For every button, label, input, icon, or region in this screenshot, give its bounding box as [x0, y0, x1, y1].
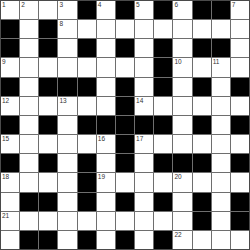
cell-r9c1	[1, 154, 19, 172]
cell-r10c10[interactable]: 20	[173, 173, 191, 191]
cell-r1c2[interactable]: 2	[20, 1, 38, 19]
cell-r5c7	[116, 78, 134, 96]
clue-number-7: 7	[232, 1, 236, 9]
cell-r10c11[interactable]	[193, 173, 211, 191]
cell-r1c10[interactable]: 6	[173, 1, 191, 19]
cell-r2c13[interactable]	[231, 20, 249, 38]
cell-r2c10[interactable]	[173, 20, 191, 38]
cell-r5c6[interactable]	[97, 78, 115, 96]
cell-r13c6[interactable]	[97, 231, 115, 249]
cell-r8c5[interactable]	[78, 135, 96, 153]
cell-r5c9	[154, 78, 172, 96]
cell-r10c13[interactable]	[231, 173, 249, 191]
clue-number-3: 3	[59, 1, 63, 9]
cell-r9c7	[116, 154, 134, 172]
cell-r7c2[interactable]	[20, 116, 38, 134]
cell-r9c5	[78, 154, 96, 172]
cell-r8c13[interactable]	[231, 135, 249, 153]
cell-r5c2[interactable]	[20, 78, 38, 96]
cell-r3c10[interactable]	[173, 39, 191, 57]
cell-r10c7[interactable]	[116, 173, 134, 191]
cell-r7c10[interactable]	[173, 116, 191, 134]
cell-r3c6[interactable]	[97, 39, 115, 57]
cell-r13c3	[39, 231, 57, 249]
clue-number-12: 12	[2, 97, 9, 105]
cell-r13c9	[154, 231, 172, 249]
cell-r4c2[interactable]	[20, 58, 38, 76]
cell-r12c13	[231, 212, 249, 230]
cell-r3c12	[212, 39, 230, 57]
cell-r2c7[interactable]	[116, 20, 134, 38]
cell-r3c5	[78, 39, 96, 57]
cell-r8c7	[116, 135, 134, 153]
cell-r8c11[interactable]	[193, 135, 211, 153]
cell-r5c8[interactable]	[135, 78, 153, 96]
cell-r11c12[interactable]	[212, 193, 230, 211]
cell-r4c5[interactable]	[78, 58, 96, 76]
cell-r1c7	[116, 1, 134, 19]
cell-r7c1	[1, 116, 19, 134]
cell-r13c4[interactable]	[58, 231, 76, 249]
cell-r10c8[interactable]	[135, 173, 153, 191]
cell-r13c2	[20, 231, 38, 249]
cell-r2c3	[39, 20, 57, 38]
cell-r3c13[interactable]	[231, 39, 249, 57]
cell-r3c4[interactable]	[58, 39, 76, 57]
clue-number-18: 18	[2, 173, 9, 181]
clue-number-21: 21	[2, 212, 9, 220]
cell-r5c1	[1, 78, 19, 96]
clue-number-8: 8	[59, 20, 63, 28]
cell-r12c6[interactable]	[97, 212, 115, 230]
cell-r6c1[interactable]: 12	[1, 97, 19, 115]
cell-r8c4[interactable]	[58, 135, 76, 153]
cell-r10c5	[78, 173, 96, 191]
cell-r5c3	[39, 78, 57, 96]
cell-r13c8[interactable]	[135, 231, 153, 249]
clue-number-5: 5	[136, 1, 140, 9]
cell-r4c4[interactable]	[58, 58, 76, 76]
clue-number-22: 22	[174, 231, 181, 239]
cell-r6c12[interactable]	[212, 97, 230, 115]
clue-number-16: 16	[98, 135, 105, 143]
cell-r13c7	[116, 231, 134, 249]
cell-r11c3	[39, 193, 57, 211]
cell-r2c6[interactable]	[97, 20, 115, 38]
cell-r10c1[interactable]: 18	[1, 173, 19, 191]
cell-r5c10[interactable]	[173, 78, 191, 96]
cell-r5c13	[231, 78, 249, 96]
cell-r6c6[interactable]	[97, 97, 115, 115]
cell-r8c8[interactable]: 17	[135, 135, 153, 153]
cell-r13c12[interactable]	[212, 231, 230, 249]
cell-r6c7	[116, 97, 134, 115]
clue-number-13: 13	[59, 97, 66, 105]
cell-r2c2[interactable]	[20, 20, 38, 38]
cell-r10c6[interactable]: 19	[97, 173, 115, 191]
cell-r13c5	[78, 231, 96, 249]
cell-r1c11	[193, 1, 211, 19]
cell-r6c10[interactable]	[173, 97, 191, 115]
cell-r7c3	[39, 116, 57, 134]
cell-r3c8[interactable]	[135, 39, 153, 57]
clue-number-6: 6	[174, 1, 178, 9]
clue-number-1: 1	[2, 1, 6, 9]
clue-number-10: 10	[174, 58, 181, 66]
cell-r1c6[interactable]: 4	[97, 1, 115, 19]
cell-r7c12[interactable]	[212, 116, 230, 134]
cell-r2c8[interactable]	[135, 20, 153, 38]
cell-r12c7[interactable]	[116, 212, 134, 230]
cell-r1c9	[154, 1, 172, 19]
cell-r9c12[interactable]	[212, 154, 230, 172]
cell-r9c11	[193, 154, 211, 172]
cell-r6c11[interactable]	[193, 97, 211, 115]
cell-r11c2	[20, 193, 38, 211]
cell-r4c7[interactable]	[116, 58, 134, 76]
cell-r11c7	[116, 193, 134, 211]
cell-r12c12[interactable]	[212, 212, 230, 230]
cell-r9c8[interactable]	[135, 154, 153, 172]
cell-r7c13	[231, 116, 249, 134]
cell-r9c2[interactable]	[20, 154, 38, 172]
cell-r4c10[interactable]: 10	[173, 58, 191, 76]
cell-r9c6[interactable]	[97, 154, 115, 172]
cell-r11c6[interactable]	[97, 193, 115, 211]
cell-r13c10[interactable]: 22	[173, 231, 191, 249]
cell-r8c3[interactable]	[39, 135, 57, 153]
cell-r9c10	[173, 154, 191, 172]
cell-r2c9[interactable]	[154, 20, 172, 38]
cell-r4c1[interactable]: 9	[1, 58, 19, 76]
cell-r10c12[interactable]	[212, 173, 230, 191]
cell-r12c1[interactable]: 21	[1, 212, 19, 230]
clue-number-15: 15	[2, 135, 9, 143]
cell-r4c11[interactable]	[193, 58, 211, 76]
cell-r11c1[interactable]	[1, 193, 19, 211]
cell-r10c9[interactable]	[154, 173, 172, 191]
cell-r12c3[interactable]	[39, 212, 57, 230]
cell-r3c2[interactable]	[20, 39, 38, 57]
cell-r12c2[interactable]	[20, 212, 38, 230]
cell-r7c6	[97, 116, 115, 134]
cell-r8c6[interactable]: 16	[97, 135, 115, 153]
cell-r1c13[interactable]: 7	[231, 1, 249, 19]
cell-r7c7	[116, 116, 134, 134]
clue-number-20: 20	[174, 173, 181, 181]
clue-number-2: 2	[21, 1, 25, 9]
cell-r13c11[interactable]	[193, 231, 211, 249]
cell-r11c10[interactable]	[173, 193, 191, 211]
cell-r1c12	[212, 1, 230, 19]
clue-number-9: 9	[2, 58, 6, 66]
cell-r4c12[interactable]: 11	[212, 58, 230, 76]
cell-r12c4[interactable]	[58, 212, 76, 230]
cell-r7c8	[135, 116, 153, 134]
cell-r1c5	[78, 1, 96, 19]
cell-r5c12[interactable]	[212, 78, 230, 96]
cell-r6c3[interactable]	[39, 97, 57, 115]
cell-r3c7	[116, 39, 134, 57]
cell-r1c1[interactable]: 1	[1, 1, 19, 19]
cell-r7c5	[78, 116, 96, 134]
cell-r12c10[interactable]	[173, 212, 191, 230]
cell-r9c13	[231, 154, 249, 172]
cell-r2c12[interactable]	[212, 20, 230, 38]
cell-r11c9	[154, 193, 172, 211]
cell-r8c1[interactable]: 15	[1, 135, 19, 153]
cell-r4c13[interactable]	[231, 58, 249, 76]
cell-r11c5	[78, 193, 96, 211]
cell-r3c1	[1, 39, 19, 57]
cell-r1c8[interactable]: 5	[135, 1, 153, 19]
clue-number-17: 17	[136, 135, 143, 143]
cell-r10c3[interactable]	[39, 173, 57, 191]
cell-r4c8[interactable]	[135, 58, 153, 76]
cell-r8c2[interactable]	[20, 135, 38, 153]
cell-r6c4[interactable]: 13	[58, 97, 76, 115]
cell-r6c9[interactable]	[154, 97, 172, 115]
cell-r5c4	[58, 78, 76, 96]
cell-r11c8[interactable]	[135, 193, 153, 211]
cell-r1c3[interactable]	[39, 1, 57, 19]
cell-r6c13[interactable]	[231, 97, 249, 115]
cell-r10c2[interactable]	[20, 173, 38, 191]
cell-r12c8[interactable]	[135, 212, 153, 230]
cell-r12c5[interactable]	[78, 212, 96, 230]
clue-number-4: 4	[98, 1, 102, 9]
cell-r5c5	[78, 78, 96, 96]
cell-r5c11	[193, 78, 211, 96]
cell-r10c4[interactable]	[58, 173, 76, 191]
cell-r2c1	[1, 20, 19, 38]
cell-r7c9	[154, 116, 172, 134]
cell-r1c4[interactable]: 3	[58, 1, 76, 19]
cell-r11c11	[193, 193, 211, 211]
clue-number-14: 14	[136, 97, 143, 105]
cell-r12c11	[193, 212, 211, 230]
cell-r8c10[interactable]	[173, 135, 191, 153]
cell-r6c8[interactable]: 14	[135, 97, 153, 115]
cell-r3c11	[193, 39, 211, 57]
cell-r9c9	[154, 154, 172, 172]
cell-r13c13[interactable]	[231, 231, 249, 249]
cell-r3c9	[154, 39, 172, 57]
cell-r4c9	[154, 58, 172, 76]
clue-number-19: 19	[98, 173, 105, 181]
cell-r8c9[interactable]	[154, 135, 172, 153]
cell-r8c12[interactable]	[212, 135, 230, 153]
cell-r6c5[interactable]	[78, 97, 96, 115]
cell-r6c2[interactable]	[20, 97, 38, 115]
cell-r4c3[interactable]	[39, 58, 57, 76]
clue-number-11: 11	[213, 58, 220, 66]
cell-r7c11	[193, 116, 211, 134]
cell-r9c4[interactable]	[58, 154, 76, 172]
cell-r11c13	[231, 193, 249, 211]
cell-r9c3	[39, 154, 57, 172]
cell-r4c6[interactable]	[97, 58, 115, 76]
cell-r11c4[interactable]	[58, 193, 76, 211]
cell-r2c4[interactable]: 8	[58, 20, 76, 38]
cell-r2c5[interactable]	[78, 20, 96, 38]
crossword-board: 12345678910111213141516171819202122	[0, 0, 250, 250]
cell-r13c1[interactable]	[1, 231, 19, 249]
cell-r12c9[interactable]	[154, 212, 172, 230]
cell-r2c11[interactable]	[193, 20, 211, 38]
cell-r3c3	[39, 39, 57, 57]
cell-r7c4[interactable]	[58, 116, 76, 134]
